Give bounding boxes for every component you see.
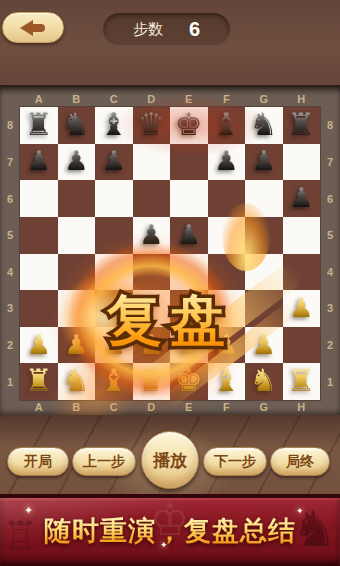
- square-f3: [208, 290, 246, 327]
- chess-board: ABCDEFGH ABCDEFGH 87654321 87654321 ♜♞♝♛…: [0, 85, 340, 415]
- square-e2: ♟: [170, 327, 208, 364]
- rank-labels-right: 87654321: [320, 107, 340, 400]
- rank-label-3: 3: [320, 290, 340, 327]
- white-bishop-f1: ♝: [212, 365, 240, 396]
- file-label-e: E: [170, 93, 208, 106]
- square-d5: ♟: [133, 217, 171, 254]
- square-g4: [245, 254, 283, 291]
- black-rook-h8: ♜: [287, 109, 315, 140]
- square-c4: [95, 254, 133, 291]
- rank-label-4: 4: [0, 254, 20, 291]
- file-label-f: F: [208, 401, 246, 414]
- black-rook-a8: ♜: [25, 109, 53, 140]
- file-label-a: A: [20, 93, 58, 106]
- square-e3: [170, 290, 208, 327]
- white-rook-a1: ♜: [25, 365, 53, 396]
- square-f2: ♟: [208, 327, 246, 364]
- square-b2: ♟: [58, 327, 96, 364]
- file-label-b: B: [58, 401, 96, 414]
- black-bishop-f8: ♝: [212, 109, 240, 140]
- square-a1: ♜: [20, 363, 58, 400]
- promo-banner: ♔ ♞ ♖ 随时重演，复盘总结: [0, 498, 340, 566]
- file-label-d: D: [133, 401, 171, 414]
- file-label-g: G: [245, 401, 283, 414]
- step-counter: 步数 6: [103, 13, 230, 46]
- step-counter-value: 6: [189, 18, 200, 41]
- black-pawn-f7: ♟: [214, 147, 238, 174]
- file-label-c: C: [95, 401, 133, 414]
- square-h7: [283, 144, 321, 181]
- white-knight-g1: ♞: [250, 365, 278, 396]
- square-g6: [245, 180, 283, 217]
- square-c8: ♝: [95, 107, 133, 144]
- square-g1: ♞: [245, 363, 283, 400]
- square-h5: [283, 217, 321, 254]
- next-step-button[interactable]: 下一步: [203, 447, 267, 476]
- square-f5: [208, 217, 246, 254]
- square-e8: ♚: [170, 107, 208, 144]
- black-pawn-d5: ♟: [139, 221, 163, 248]
- square-a7: ♟: [20, 144, 58, 181]
- rank-label-4: 4: [320, 254, 340, 291]
- square-h6: ♟: [283, 180, 321, 217]
- square-b6: [58, 180, 96, 217]
- rank-label-7: 7: [320, 144, 340, 181]
- square-a8: ♜: [20, 107, 58, 144]
- square-e1: ♚: [170, 363, 208, 400]
- play-button[interactable]: 播放: [141, 431, 199, 489]
- square-g3: [245, 290, 283, 327]
- rank-label-7: 7: [0, 144, 20, 181]
- square-b1: ♞: [58, 363, 96, 400]
- square-f7: ♟: [208, 144, 246, 181]
- white-pawn-h3: ♟: [289, 294, 313, 321]
- square-f1: ♝: [208, 363, 246, 400]
- file-label-h: H: [283, 401, 321, 414]
- square-d7: [133, 144, 171, 181]
- square-b5: [58, 217, 96, 254]
- square-d1: ♛: [133, 363, 171, 400]
- black-pawn-e5: ♟: [177, 221, 201, 248]
- square-d2: ♟: [133, 327, 171, 364]
- black-knight-b8: ♞: [62, 109, 90, 140]
- white-pawn-a2: ♟: [27, 331, 51, 358]
- file-label-f: F: [208, 93, 246, 106]
- rank-labels-left: 87654321: [0, 107, 20, 400]
- square-d8: ♛: [133, 107, 171, 144]
- square-d4: [133, 254, 171, 291]
- white-knight-b1: ♞: [62, 365, 90, 396]
- rank-label-2: 2: [0, 327, 20, 364]
- white-pawn-c2: ♟: [102, 331, 126, 358]
- black-pawn-g7: ♟: [252, 147, 276, 174]
- square-f6: [208, 180, 246, 217]
- square-h3: ♟: [283, 290, 321, 327]
- rank-label-5: 5: [0, 217, 20, 254]
- rank-label-6: 6: [0, 180, 20, 217]
- file-label-d: D: [133, 93, 171, 106]
- file-label-h: H: [283, 93, 321, 106]
- square-g7: ♟: [245, 144, 283, 181]
- square-h1: ♜: [283, 363, 321, 400]
- square-f8: ♝: [208, 107, 246, 144]
- square-g5: [245, 217, 283, 254]
- rank-label-1: 1: [320, 363, 340, 400]
- back-button[interactable]: [2, 12, 64, 43]
- rank-label-1: 1: [0, 363, 20, 400]
- black-bishop-c8: ♝: [100, 109, 128, 140]
- square-h2: [283, 327, 321, 364]
- square-a4: [20, 254, 58, 291]
- rank-label-6: 6: [320, 180, 340, 217]
- square-g2: ♟: [245, 327, 283, 364]
- square-e6: [170, 180, 208, 217]
- square-c1: ♝: [95, 363, 133, 400]
- square-c5: [95, 217, 133, 254]
- square-c7: ♟: [95, 144, 133, 181]
- square-e4: [170, 254, 208, 291]
- square-h4: [283, 254, 321, 291]
- go-to-opening-button[interactable]: 开局: [7, 447, 69, 476]
- square-b3: [58, 290, 96, 327]
- square-a5: [20, 217, 58, 254]
- board-squares: ♜♞♝♛♚♝♞♜♟♟♟♟♟♟♟♟♟♟♟♟♟♟♟♟♜♞♝♛♚♝♞♜: [20, 107, 320, 400]
- square-h8: ♜: [283, 107, 321, 144]
- white-rook-h1: ♜: [287, 365, 315, 396]
- square-a6: [20, 180, 58, 217]
- go-to-end-button[interactable]: 局终: [270, 447, 330, 476]
- black-knight-g8: ♞: [250, 109, 278, 140]
- square-e5: ♟: [170, 217, 208, 254]
- square-g8: ♞: [245, 107, 283, 144]
- white-queen-d1: ♛: [137, 365, 165, 396]
- black-pawn-b7: ♟: [64, 147, 88, 174]
- file-label-b: B: [58, 93, 96, 106]
- black-pawn-h6: ♟: [289, 184, 313, 211]
- black-pawn-c7: ♟: [102, 147, 126, 174]
- file-label-a: A: [20, 401, 58, 414]
- previous-step-button[interactable]: 上一步: [72, 447, 136, 476]
- square-c3: [95, 290, 133, 327]
- white-pawn-g2: ♟: [252, 331, 276, 358]
- rank-label-3: 3: [0, 290, 20, 327]
- file-label-c: C: [95, 93, 133, 106]
- black-pawn-a7: ♟: [27, 147, 51, 174]
- square-b7: ♟: [58, 144, 96, 181]
- square-d3: [133, 290, 171, 327]
- replay-screen: 步数 6 ABCDEFGH ABCDEFGH 87654321 87654321…: [0, 0, 340, 566]
- rank-label-8: 8: [0, 107, 20, 144]
- banner-slogan: 随时重演，复盘总结: [0, 515, 340, 547]
- black-queen-d8: ♛: [137, 109, 165, 140]
- rank-label-8: 8: [320, 107, 340, 144]
- file-labels-top: ABCDEFGH: [20, 93, 320, 106]
- back-arrow-icon: [20, 20, 46, 36]
- square-f4: [208, 254, 246, 291]
- file-label-g: G: [245, 93, 283, 106]
- file-labels-bottom: ABCDEFGH: [20, 401, 320, 414]
- white-pawn-b2: ♟: [64, 331, 88, 358]
- white-king-e1: ♚: [175, 365, 203, 396]
- square-a3: [20, 290, 58, 327]
- square-a2: ♟: [20, 327, 58, 364]
- white-pawn-e2: ♟: [177, 331, 201, 358]
- white-pawn-f2: ♟: [214, 331, 238, 358]
- rank-label-5: 5: [320, 217, 340, 254]
- white-bishop-c1: ♝: [100, 365, 128, 396]
- square-d6: [133, 180, 171, 217]
- rank-label-2: 2: [320, 327, 340, 364]
- black-king-e8: ♚: [175, 109, 203, 140]
- square-b4: [58, 254, 96, 291]
- step-counter-label: 步数: [133, 20, 163, 39]
- square-e7: [170, 144, 208, 181]
- square-c6: [95, 180, 133, 217]
- replay-controls: 开局 上一步 播放 下一步 局终: [0, 425, 340, 495]
- square-c2: ♟: [95, 327, 133, 364]
- white-pawn-d2: ♟: [139, 331, 163, 358]
- square-b8: ♞: [58, 107, 96, 144]
- file-label-e: E: [170, 401, 208, 414]
- top-bar: 步数 6: [0, 0, 340, 85]
